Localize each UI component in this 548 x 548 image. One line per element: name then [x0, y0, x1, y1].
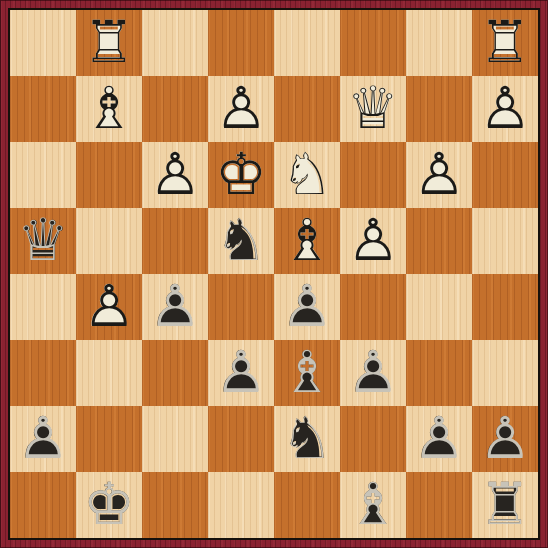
- piece-outline-layer: ♗: [274, 208, 340, 274]
- square-c1[interactable]: [142, 472, 208, 538]
- black-pawn[interactable]: ♟♙: [208, 340, 274, 406]
- square-h3[interactable]: [472, 340, 538, 406]
- white-pawn[interactable]: ♟♙: [340, 208, 406, 274]
- piece-outline-layer: ♙: [340, 208, 406, 274]
- square-e1[interactable]: [274, 472, 340, 538]
- square-f4[interactable]: [340, 274, 406, 340]
- piece-outline-layer: ♙: [406, 406, 472, 472]
- square-a4[interactable]: [10, 274, 76, 340]
- square-c7[interactable]: [142, 76, 208, 142]
- piece-outline-layer: ♙: [142, 274, 208, 340]
- square-a2[interactable]: ♟♙: [10, 406, 76, 472]
- black-pawn[interactable]: ♟♙: [10, 406, 76, 472]
- black-pawn[interactable]: ♟♙: [472, 406, 538, 472]
- square-c2[interactable]: [142, 406, 208, 472]
- square-f1[interactable]: ♝♗: [340, 472, 406, 538]
- piece-outline-layer: ♙: [142, 142, 208, 208]
- square-e8[interactable]: [274, 10, 340, 76]
- piece-outline-layer: ♗: [340, 472, 406, 538]
- black-knight[interactable]: ♞♘: [274, 406, 340, 472]
- black-pawn[interactable]: ♟♙: [406, 406, 472, 472]
- square-h4[interactable]: [472, 274, 538, 340]
- white-rook[interactable]: ♜♖: [472, 10, 538, 76]
- square-b7[interactable]: ♝♗: [76, 76, 142, 142]
- piece-outline-layer: ♙: [472, 76, 538, 142]
- square-d2[interactable]: [208, 406, 274, 472]
- square-g7[interactable]: [406, 76, 472, 142]
- square-e6[interactable]: ♞♘: [274, 142, 340, 208]
- black-knight[interactable]: ♞♘: [208, 208, 274, 274]
- black-pawn[interactable]: ♟♙: [274, 274, 340, 340]
- square-c8[interactable]: [142, 10, 208, 76]
- square-g8[interactable]: [406, 10, 472, 76]
- square-d1[interactable]: [208, 472, 274, 538]
- square-g4[interactable]: [406, 274, 472, 340]
- square-b1[interactable]: ♚♔: [76, 472, 142, 538]
- square-h6[interactable]: [472, 142, 538, 208]
- black-bishop[interactable]: ♝♗: [274, 340, 340, 406]
- square-f7[interactable]: ♛♕: [340, 76, 406, 142]
- square-g2[interactable]: ♟♙: [406, 406, 472, 472]
- square-c3[interactable]: [142, 340, 208, 406]
- square-h7[interactable]: ♟♙: [472, 76, 538, 142]
- piece-outline-layer: ♙: [406, 142, 472, 208]
- square-a5[interactable]: ♛♕: [10, 208, 76, 274]
- square-d3[interactable]: ♟♙: [208, 340, 274, 406]
- square-b3[interactable]: [76, 340, 142, 406]
- square-a8[interactable]: [10, 10, 76, 76]
- square-d6[interactable]: ♚♔: [208, 142, 274, 208]
- square-b4[interactable]: ♟♙: [76, 274, 142, 340]
- square-g5[interactable]: [406, 208, 472, 274]
- square-f5[interactable]: ♟♙: [340, 208, 406, 274]
- piece-outline-layer: ♗: [274, 340, 340, 406]
- piece-outline-layer: ♙: [76, 274, 142, 340]
- piece-outline-layer: ♙: [10, 406, 76, 472]
- black-queen[interactable]: ♛♕: [10, 208, 76, 274]
- white-pawn[interactable]: ♟♙: [76, 274, 142, 340]
- chess-board: ♜♖♜♖♝♗♟♙♛♕♟♙♟♙♚♔♞♘♟♙♛♕♞♘♝♗♟♙♟♙♟♙♟♙♟♙♝♗♟♙…: [8, 8, 540, 540]
- square-d8[interactable]: [208, 10, 274, 76]
- white-bishop[interactable]: ♝♗: [274, 208, 340, 274]
- square-c4[interactable]: ♟♙: [142, 274, 208, 340]
- piece-outline-layer: ♙: [472, 406, 538, 472]
- square-a3[interactable]: [10, 340, 76, 406]
- black-king[interactable]: ♚♔: [76, 472, 142, 538]
- white-queen[interactable]: ♛♕: [340, 76, 406, 142]
- square-a7[interactable]: [10, 76, 76, 142]
- white-pawn[interactable]: ♟♙: [142, 142, 208, 208]
- white-pawn[interactable]: ♟♙: [406, 142, 472, 208]
- square-a6[interactable]: [10, 142, 76, 208]
- square-e7[interactable]: [274, 76, 340, 142]
- piece-outline-layer: ♕: [10, 208, 76, 274]
- square-d5[interactable]: ♞♘: [208, 208, 274, 274]
- square-e4[interactable]: ♟♙: [274, 274, 340, 340]
- square-g3[interactable]: [406, 340, 472, 406]
- white-pawn[interactable]: ♟♙: [472, 76, 538, 142]
- piece-outline-layer: ♙: [274, 274, 340, 340]
- black-pawn[interactable]: ♟♙: [142, 274, 208, 340]
- white-king[interactable]: ♚♔: [208, 142, 274, 208]
- square-f2[interactable]: [340, 406, 406, 472]
- black-rook[interactable]: ♜♖: [472, 472, 538, 538]
- piece-outline-layer: ♔: [76, 472, 142, 538]
- square-e2[interactable]: ♞♘: [274, 406, 340, 472]
- square-h2[interactable]: ♟♙: [472, 406, 538, 472]
- square-c6[interactable]: ♟♙: [142, 142, 208, 208]
- black-bishop[interactable]: ♝♗: [340, 472, 406, 538]
- piece-outline-layer: ♙: [340, 340, 406, 406]
- square-b6[interactable]: [76, 142, 142, 208]
- square-a1[interactable]: [10, 472, 76, 538]
- white-rook[interactable]: ♜♖: [76, 10, 142, 76]
- piece-outline-layer: ♔: [208, 142, 274, 208]
- piece-outline-layer: ♘: [274, 406, 340, 472]
- square-h5[interactable]: [472, 208, 538, 274]
- square-g1[interactable]: [406, 472, 472, 538]
- square-e3[interactable]: ♝♗: [274, 340, 340, 406]
- square-f3[interactable]: ♟♙: [340, 340, 406, 406]
- piece-outline-layer: ♙: [208, 76, 274, 142]
- square-h1[interactable]: ♜♖: [472, 472, 538, 538]
- square-c5[interactable]: [142, 208, 208, 274]
- square-b2[interactable]: [76, 406, 142, 472]
- square-b5[interactable]: [76, 208, 142, 274]
- square-h8[interactable]: ♜♖: [472, 10, 538, 76]
- piece-outline-layer: ♕: [340, 76, 406, 142]
- piece-outline-layer: ♗: [76, 76, 142, 142]
- piece-outline-layer: ♖: [472, 10, 538, 76]
- square-f8[interactable]: [340, 10, 406, 76]
- black-pawn[interactable]: ♟♙: [340, 340, 406, 406]
- piece-outline-layer: ♘: [208, 208, 274, 274]
- square-e5[interactable]: ♝♗: [274, 208, 340, 274]
- square-d4[interactable]: [208, 274, 274, 340]
- piece-outline-layer: ♖: [472, 472, 538, 538]
- white-knight[interactable]: ♞♘: [274, 142, 340, 208]
- square-f6[interactable]: [340, 142, 406, 208]
- square-d7[interactable]: ♟♙: [208, 76, 274, 142]
- board-frame: ♜♖♜♖♝♗♟♙♛♕♟♙♟♙♚♔♞♘♟♙♛♕♞♘♝♗♟♙♟♙♟♙♟♙♟♙♝♗♟♙…: [0, 0, 548, 548]
- white-bishop[interactable]: ♝♗: [76, 76, 142, 142]
- square-b8[interactable]: ♜♖: [76, 10, 142, 76]
- piece-outline-layer: ♖: [76, 10, 142, 76]
- piece-outline-layer: ♘: [274, 142, 340, 208]
- square-g6[interactable]: ♟♙: [406, 142, 472, 208]
- white-pawn[interactable]: ♟♙: [208, 76, 274, 142]
- piece-outline-layer: ♙: [208, 340, 274, 406]
